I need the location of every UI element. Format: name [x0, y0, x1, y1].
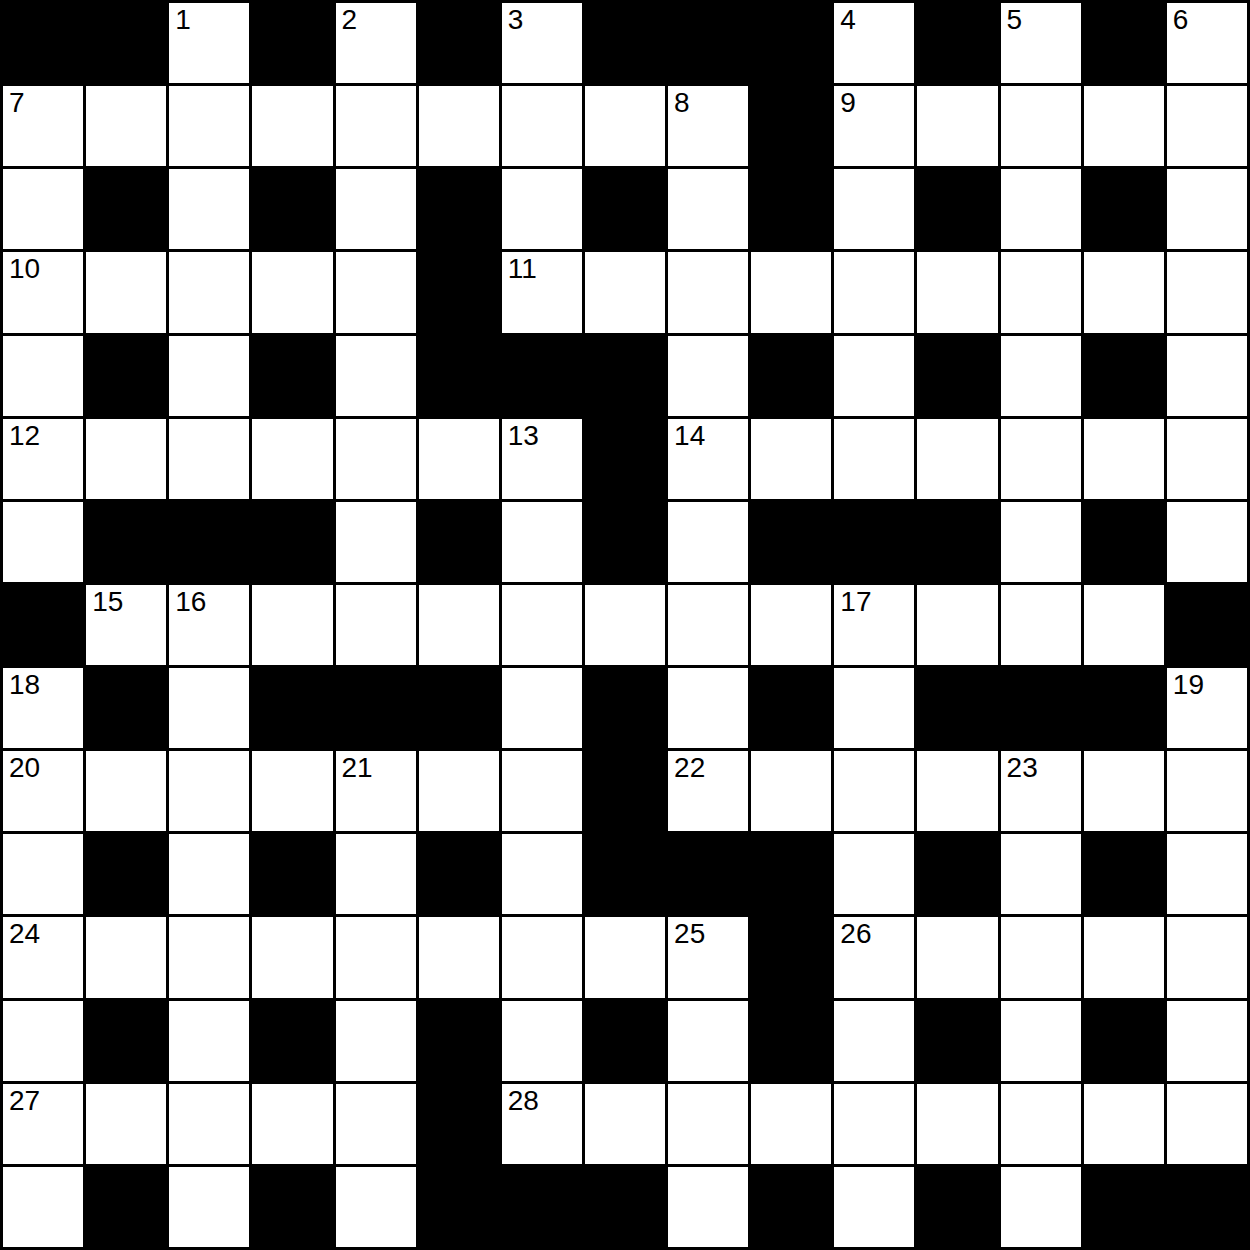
white-cell-r7c2[interactable]: 16 [169, 585, 249, 665]
white-cell-r0c10[interactable]: 4 [834, 3, 914, 83]
white-cell-r5c10[interactable] [834, 419, 914, 499]
black-cell-r10c11 [917, 834, 997, 914]
black-cell-r6c1 [86, 502, 166, 582]
white-cell-r8c6[interactable] [502, 668, 582, 748]
black-cell-r7c14 [1167, 585, 1247, 665]
black-cell-r0c0 [3, 3, 83, 83]
white-cell-r9c14[interactable] [1167, 751, 1247, 831]
white-cell-r13c13[interactable] [1084, 1084, 1164, 1164]
black-cell-r10c9 [751, 834, 831, 914]
white-cell-r8c10[interactable] [834, 668, 914, 748]
white-cell-r10c0[interactable] [3, 834, 83, 914]
white-cell-r11c8[interactable]: 25 [668, 917, 748, 997]
black-cell-r8c12 [1001, 668, 1081, 748]
black-cell-r12c7 [585, 1001, 665, 1081]
white-cell-r14c2[interactable] [169, 1167, 249, 1247]
black-cell-r10c8 [668, 834, 748, 914]
white-cell-r5c4[interactable] [336, 419, 416, 499]
white-cell-r11c3[interactable] [252, 917, 332, 997]
white-cell-r1c5[interactable] [419, 86, 499, 166]
white-cell-r3c0[interactable]: 10 [3, 252, 83, 332]
black-cell-r0c5 [419, 3, 499, 83]
white-cell-r12c8[interactable] [668, 1001, 748, 1081]
clue-number-21: 21 [342, 753, 373, 782]
white-cell-r3c10[interactable] [834, 252, 914, 332]
white-cell-r0c2[interactable]: 1 [169, 3, 249, 83]
black-cell-r12c1 [86, 1001, 166, 1081]
white-cell-r4c0[interactable] [3, 336, 83, 416]
black-cell-r0c11 [917, 3, 997, 83]
clue-number-13: 13 [508, 421, 539, 450]
white-cell-r3c8[interactable] [668, 252, 748, 332]
white-cell-r1c7[interactable] [585, 86, 665, 166]
black-cell-r10c3 [252, 834, 332, 914]
white-cell-r11c1[interactable] [86, 917, 166, 997]
white-cell-r7c12[interactable] [1001, 585, 1081, 665]
white-cell-r11c4[interactable] [336, 917, 416, 997]
white-cell-r7c1[interactable]: 15 [86, 585, 166, 665]
black-cell-r10c1 [86, 834, 166, 914]
black-cell-r0c9 [751, 3, 831, 83]
white-cell-r4c4[interactable] [336, 336, 416, 416]
white-cell-r1c6[interactable] [502, 86, 582, 166]
white-cell-r7c6[interactable] [502, 585, 582, 665]
white-cell-r5c0[interactable]: 12 [3, 419, 83, 499]
clue-number-23: 23 [1007, 753, 1038, 782]
white-cell-r3c14[interactable] [1167, 252, 1247, 332]
white-cell-r1c11[interactable] [917, 86, 997, 166]
white-cell-r11c6[interactable] [502, 917, 582, 997]
black-cell-r14c1 [86, 1167, 166, 1247]
white-cell-r13c3[interactable] [252, 1084, 332, 1164]
black-cell-r12c3 [252, 1001, 332, 1081]
black-cell-r14c11 [917, 1167, 997, 1247]
white-cell-r11c7[interactable] [585, 917, 665, 997]
clue-number-19: 19 [1173, 670, 1204, 699]
black-cell-r6c13 [1084, 502, 1164, 582]
white-cell-r7c9[interactable] [751, 585, 831, 665]
white-cell-r3c11[interactable] [917, 252, 997, 332]
black-cell-r8c3 [252, 668, 332, 748]
white-cell-r14c12[interactable] [1001, 1167, 1081, 1247]
black-cell-r10c13 [1084, 834, 1164, 914]
black-cell-r6c9 [751, 502, 831, 582]
white-cell-r6c8[interactable] [668, 502, 748, 582]
clue-number-4: 4 [840, 5, 856, 34]
white-cell-r7c13[interactable] [1084, 585, 1164, 665]
white-cell-r12c10[interactable] [834, 1001, 914, 1081]
white-cell-r13c14[interactable] [1167, 1084, 1247, 1164]
white-cell-r7c10[interactable]: 17 [834, 585, 914, 665]
white-cell-r9c3[interactable] [252, 751, 332, 831]
white-cell-r3c6[interactable]: 11 [502, 252, 582, 332]
black-cell-r4c7 [585, 336, 665, 416]
white-cell-r11c2[interactable] [169, 917, 249, 997]
white-cell-r9c12[interactable]: 23 [1001, 751, 1081, 831]
white-cell-r6c0[interactable] [3, 502, 83, 582]
clue-number-15: 15 [92, 587, 123, 616]
black-cell-r4c3 [252, 336, 332, 416]
white-cell-r9c2[interactable] [169, 751, 249, 831]
white-cell-r9c0[interactable]: 20 [3, 751, 83, 831]
white-cell-r14c0[interactable] [3, 1167, 83, 1247]
white-cell-r0c12[interactable]: 5 [1001, 3, 1081, 83]
white-cell-r2c8[interactable] [668, 169, 748, 249]
white-cell-r3c9[interactable] [751, 252, 831, 332]
white-cell-r2c14[interactable] [1167, 169, 1247, 249]
white-cell-r6c4[interactable] [336, 502, 416, 582]
white-cell-r9c8[interactable]: 22 [668, 751, 748, 831]
white-cell-r13c6[interactable]: 28 [502, 1084, 582, 1164]
clue-number-3: 3 [508, 5, 524, 34]
black-cell-r4c5 [419, 336, 499, 416]
white-cell-r4c8[interactable] [668, 336, 748, 416]
clue-number-28: 28 [508, 1086, 539, 1115]
white-cell-r0c4[interactable]: 2 [336, 3, 416, 83]
white-cell-r10c14[interactable] [1167, 834, 1247, 914]
black-cell-r4c13 [1084, 336, 1164, 416]
white-cell-r13c4[interactable] [336, 1084, 416, 1164]
white-cell-r5c3[interactable] [252, 419, 332, 499]
white-cell-r8c2[interactable] [169, 668, 249, 748]
white-cell-r5c6[interactable]: 13 [502, 419, 582, 499]
white-cell-r11c14[interactable] [1167, 917, 1247, 997]
white-cell-r10c10[interactable] [834, 834, 914, 914]
white-cell-r5c12[interactable] [1001, 419, 1081, 499]
black-cell-r12c5 [419, 1001, 499, 1081]
white-cell-r11c5[interactable] [419, 917, 499, 997]
white-cell-r1c3[interactable] [252, 86, 332, 166]
white-cell-r7c8[interactable] [668, 585, 748, 665]
black-cell-r6c2 [169, 502, 249, 582]
black-cell-r14c5 [419, 1167, 499, 1247]
white-cell-r9c10[interactable] [834, 751, 914, 831]
white-cell-r3c2[interactable] [169, 252, 249, 332]
black-cell-r4c9 [751, 336, 831, 416]
black-cell-r14c13 [1084, 1167, 1164, 1247]
black-cell-r0c7 [585, 3, 665, 83]
white-cell-r9c11[interactable] [917, 751, 997, 831]
white-cell-r2c2[interactable] [169, 169, 249, 249]
white-cell-r10c4[interactable] [336, 834, 416, 914]
white-cell-r8c8[interactable] [668, 668, 748, 748]
white-cell-r0c14[interactable]: 6 [1167, 3, 1247, 83]
clue-number-22: 22 [674, 753, 705, 782]
clue-number-25: 25 [674, 919, 705, 948]
black-cell-r2c11 [917, 169, 997, 249]
black-cell-r14c14 [1167, 1167, 1247, 1247]
white-cell-r2c12[interactable] [1001, 169, 1081, 249]
black-cell-r0c13 [1084, 3, 1164, 83]
white-cell-r13c7[interactable] [585, 1084, 665, 1164]
black-cell-r14c7 [585, 1167, 665, 1247]
clue-number-5: 5 [1007, 5, 1023, 34]
black-cell-r0c1 [86, 3, 166, 83]
black-cell-r2c5 [419, 169, 499, 249]
white-cell-r9c9[interactable] [751, 751, 831, 831]
white-cell-r13c9[interactable] [751, 1084, 831, 1164]
black-cell-r13c5 [419, 1084, 499, 1164]
white-cell-r7c7[interactable] [585, 585, 665, 665]
black-cell-r11c9 [751, 917, 831, 997]
clue-number-26: 26 [840, 919, 871, 948]
white-cell-r6c14[interactable] [1167, 502, 1247, 582]
crossword-grid: 1234567891011121314151617181920212223242… [0, 0, 1250, 1250]
black-cell-r14c3 [252, 1167, 332, 1247]
black-cell-r4c1 [86, 336, 166, 416]
clue-number-2: 2 [342, 5, 358, 34]
black-cell-r8c9 [751, 668, 831, 748]
clue-number-18: 18 [9, 670, 40, 699]
white-cell-r9c6[interactable] [502, 751, 582, 831]
white-cell-r12c0[interactable] [3, 1001, 83, 1081]
white-cell-r11c11[interactable] [917, 917, 997, 997]
black-cell-r6c10 [834, 502, 914, 582]
black-cell-r8c1 [86, 668, 166, 748]
white-cell-r7c5[interactable] [419, 585, 499, 665]
black-cell-r5c7 [585, 419, 665, 499]
clue-number-8: 8 [674, 88, 690, 117]
black-cell-r2c1 [86, 169, 166, 249]
white-cell-r13c2[interactable] [169, 1084, 249, 1164]
white-cell-r1c2[interactable] [169, 86, 249, 166]
white-cell-r7c11[interactable] [917, 585, 997, 665]
white-cell-r1c0[interactable]: 7 [3, 86, 83, 166]
white-cell-r12c14[interactable] [1167, 1001, 1247, 1081]
black-cell-r9c7 [585, 751, 665, 831]
black-cell-r2c7 [585, 169, 665, 249]
clue-number-27: 27 [9, 1086, 40, 1115]
white-cell-r5c14[interactable] [1167, 419, 1247, 499]
white-cell-r14c8[interactable] [668, 1167, 748, 1247]
black-cell-r2c3 [252, 169, 332, 249]
clue-number-1: 1 [175, 5, 191, 34]
clue-number-12: 12 [9, 421, 40, 450]
white-cell-r6c12[interactable] [1001, 502, 1081, 582]
white-cell-r1c14[interactable] [1167, 86, 1247, 166]
white-cell-r3c4[interactable] [336, 252, 416, 332]
clue-number-16: 16 [175, 587, 206, 616]
white-cell-r6c6[interactable] [502, 502, 582, 582]
black-cell-r4c11 [917, 336, 997, 416]
white-cell-r11c10[interactable]: 26 [834, 917, 914, 997]
white-cell-r5c11[interactable] [917, 419, 997, 499]
white-cell-r9c13[interactable] [1084, 751, 1164, 831]
white-cell-r8c0[interactable]: 18 [3, 668, 83, 748]
white-cell-r4c10[interactable] [834, 336, 914, 416]
clue-number-24: 24 [9, 919, 40, 948]
white-cell-r11c13[interactable] [1084, 917, 1164, 997]
white-cell-r5c13[interactable] [1084, 419, 1164, 499]
white-cell-r13c0[interactable]: 27 [3, 1084, 83, 1164]
white-cell-r1c12[interactable] [1001, 86, 1081, 166]
white-cell-r10c2[interactable] [169, 834, 249, 914]
white-cell-r2c0[interactable] [3, 169, 83, 249]
white-cell-r2c4[interactable] [336, 169, 416, 249]
black-cell-r14c6 [502, 1167, 582, 1247]
black-cell-r8c13 [1084, 668, 1164, 748]
white-cell-r9c4[interactable]: 21 [336, 751, 416, 831]
black-cell-r10c7 [585, 834, 665, 914]
black-cell-r8c4 [336, 668, 416, 748]
black-cell-r6c7 [585, 502, 665, 582]
white-cell-r12c12[interactable] [1001, 1001, 1081, 1081]
black-cell-r1c9 [751, 86, 831, 166]
white-cell-r1c8[interactable]: 8 [668, 86, 748, 166]
black-cell-r12c13 [1084, 1001, 1164, 1081]
white-cell-r2c10[interactable] [834, 169, 914, 249]
black-cell-r8c7 [585, 668, 665, 748]
white-cell-r14c10[interactable] [834, 1167, 914, 1247]
white-cell-r3c7[interactable] [585, 252, 665, 332]
black-cell-r0c8 [668, 3, 748, 83]
clue-number-10: 10 [9, 254, 40, 283]
black-cell-r8c11 [917, 668, 997, 748]
white-cell-r5c5[interactable] [419, 419, 499, 499]
white-cell-r0c6[interactable]: 3 [502, 3, 582, 83]
white-cell-r14c4[interactable] [336, 1167, 416, 1247]
white-cell-r10c6[interactable] [502, 834, 582, 914]
white-cell-r5c1[interactable] [86, 419, 166, 499]
black-cell-r6c5 [419, 502, 499, 582]
white-cell-r9c5[interactable] [419, 751, 499, 831]
clue-number-17: 17 [840, 587, 871, 616]
black-cell-r7c0 [3, 585, 83, 665]
white-cell-r11c12[interactable] [1001, 917, 1081, 997]
black-cell-r10c5 [419, 834, 499, 914]
black-cell-r3c5 [419, 252, 499, 332]
white-cell-r12c2[interactable] [169, 1001, 249, 1081]
white-cell-r2c6[interactable] [502, 169, 582, 249]
black-cell-r0c3 [252, 3, 332, 83]
white-cell-r13c12[interactable] [1001, 1084, 1081, 1164]
white-cell-r3c3[interactable] [252, 252, 332, 332]
clue-number-20: 20 [9, 753, 40, 782]
white-cell-r1c4[interactable] [336, 86, 416, 166]
white-cell-r5c8[interactable]: 14 [668, 419, 748, 499]
clue-number-7: 7 [9, 88, 25, 117]
white-cell-r7c4[interactable] [336, 585, 416, 665]
white-cell-r8c14[interactable]: 19 [1167, 668, 1247, 748]
black-cell-r14c9 [751, 1167, 831, 1247]
clue-number-9: 9 [840, 88, 856, 117]
white-cell-r5c9[interactable] [751, 419, 831, 499]
white-cell-r4c14[interactable] [1167, 336, 1247, 416]
white-cell-r1c10[interactable]: 9 [834, 86, 914, 166]
white-cell-r4c2[interactable] [169, 336, 249, 416]
white-cell-r10c12[interactable] [1001, 834, 1081, 914]
white-cell-r3c13[interactable] [1084, 252, 1164, 332]
black-cell-r6c11 [917, 502, 997, 582]
white-cell-r12c6[interactable] [502, 1001, 582, 1081]
white-cell-r13c1[interactable] [86, 1084, 166, 1164]
white-cell-r11c0[interactable]: 24 [3, 917, 83, 997]
clue-number-14: 14 [674, 421, 705, 450]
white-cell-r4c12[interactable] [1001, 336, 1081, 416]
white-cell-r12c4[interactable] [336, 1001, 416, 1081]
black-cell-r2c13 [1084, 169, 1164, 249]
white-cell-r13c10[interactable] [834, 1084, 914, 1164]
white-cell-r3c12[interactable] [1001, 252, 1081, 332]
white-cell-r13c8[interactable] [668, 1084, 748, 1164]
clue-number-11: 11 [508, 254, 537, 283]
black-cell-r6c3 [252, 502, 332, 582]
white-cell-r13c11[interactable] [917, 1084, 997, 1164]
black-cell-r12c9 [751, 1001, 831, 1081]
black-cell-r2c9 [751, 169, 831, 249]
white-cell-r9c1[interactable] [86, 751, 166, 831]
black-cell-r8c5 [419, 668, 499, 748]
black-cell-r12c11 [917, 1001, 997, 1081]
white-cell-r3c1[interactable] [86, 252, 166, 332]
black-cell-r4c6 [502, 336, 582, 416]
white-cell-r5c2[interactable] [169, 419, 249, 499]
white-cell-r1c13[interactable] [1084, 86, 1164, 166]
clue-number-6: 6 [1173, 5, 1189, 34]
white-cell-r7c3[interactable] [252, 585, 332, 665]
white-cell-r1c1[interactable] [86, 86, 166, 166]
